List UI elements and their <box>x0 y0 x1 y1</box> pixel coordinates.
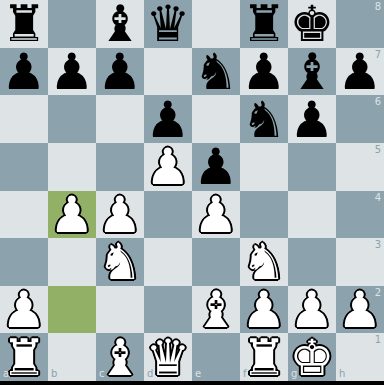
square-b1[interactable]: b <box>48 333 96 381</box>
piece-black-rook[interactable]: ♜ <box>2 1 47 48</box>
piece-black-pawn[interactable]: ♟ <box>290 97 335 144</box>
square-e6[interactable] <box>192 95 240 143</box>
square-f3[interactable]: ♞ <box>240 238 288 286</box>
square-c1[interactable]: ♝c <box>96 333 144 381</box>
piece-black-pawn[interactable]: ♟ <box>194 144 239 191</box>
piece-black-knight[interactable]: ♞ <box>194 49 239 96</box>
piece-black-bishop[interactable]: ♝ <box>98 1 143 48</box>
square-h6[interactable]: 6 <box>336 95 384 143</box>
piece-black-king[interactable]: ♚ <box>290 1 335 48</box>
piece-white-queen[interactable]: ♛ <box>146 335 191 382</box>
piece-white-pawn[interactable]: ♟ <box>242 287 287 334</box>
coord-file-e: e <box>195 369 201 379</box>
square-c7[interactable]: ♟ <box>96 48 144 96</box>
coord-rank-1: 1 <box>375 335 381 345</box>
piece-white-bishop[interactable]: ♝ <box>194 287 239 334</box>
square-e7[interactable]: ♞ <box>192 48 240 96</box>
square-g1[interactable]: ♚g <box>288 333 336 381</box>
piece-black-pawn[interactable]: ♟ <box>146 97 191 144</box>
square-a6[interactable] <box>0 95 48 143</box>
piece-black-pawn[interactable]: ♟ <box>242 49 287 96</box>
piece-black-rook[interactable]: ♜ <box>242 1 287 48</box>
coord-rank-5: 5 <box>375 145 381 155</box>
square-f2[interactable]: ♟ <box>240 286 288 334</box>
square-d7[interactable] <box>144 48 192 96</box>
square-h2[interactable]: ♟2 <box>336 286 384 334</box>
square-f4[interactable] <box>240 191 288 239</box>
piece-white-king[interactable]: ♚ <box>290 335 335 382</box>
piece-white-pawn[interactable]: ♟ <box>50 192 95 239</box>
piece-black-bishop[interactable]: ♝ <box>290 49 335 96</box>
square-g7[interactable]: ♝ <box>288 48 336 96</box>
square-g5[interactable] <box>288 143 336 191</box>
coord-rank-4: 4 <box>375 193 381 203</box>
square-g3[interactable] <box>288 238 336 286</box>
piece-white-rook[interactable]: ♜ <box>242 335 287 382</box>
piece-white-pawn[interactable]: ♟ <box>338 287 383 334</box>
square-e5[interactable]: ♟ <box>192 143 240 191</box>
square-a4[interactable] <box>0 191 48 239</box>
square-c3[interactable]: ♞ <box>96 238 144 286</box>
piece-white-knight[interactable]: ♞ <box>242 239 287 286</box>
piece-white-pawn[interactable]: ♟ <box>98 192 143 239</box>
piece-black-pawn[interactable]: ♟ <box>50 49 95 96</box>
piece-white-pawn[interactable]: ♟ <box>2 287 47 334</box>
coord-rank-3: 3 <box>375 240 381 250</box>
square-g8[interactable]: ♚ <box>288 0 336 48</box>
square-e2[interactable]: ♝ <box>192 286 240 334</box>
square-b2[interactable] <box>48 286 96 334</box>
square-d2[interactable] <box>144 286 192 334</box>
piece-black-knight[interactable]: ♞ <box>242 97 287 144</box>
square-a1[interactable]: ♜a <box>0 333 48 381</box>
square-d1[interactable]: ♛d <box>144 333 192 381</box>
square-b5[interactable] <box>48 143 96 191</box>
piece-white-pawn[interactable]: ♟ <box>290 287 335 334</box>
chess-board-stage: ♜♝♛♜♚8♟♟♟♞♟♝♟7♟♞♟6♟♟5♟♟♟4♞♞3♟♝♟♟♟2♜ab♝c♛… <box>0 0 384 385</box>
square-e1[interactable]: e <box>192 333 240 381</box>
square-d5[interactable]: ♟ <box>144 143 192 191</box>
square-a3[interactable] <box>0 238 48 286</box>
square-b6[interactable] <box>48 95 96 143</box>
square-g4[interactable] <box>288 191 336 239</box>
square-e8[interactable] <box>192 0 240 48</box>
square-d8[interactable]: ♛ <box>144 0 192 48</box>
square-f1[interactable]: ♜f <box>240 333 288 381</box>
square-b8[interactable] <box>48 0 96 48</box>
piece-white-knight[interactable]: ♞ <box>98 239 143 286</box>
square-h4[interactable]: 4 <box>336 191 384 239</box>
square-f7[interactable]: ♟ <box>240 48 288 96</box>
square-g6[interactable]: ♟ <box>288 95 336 143</box>
square-h7[interactable]: ♟7 <box>336 48 384 96</box>
square-h5[interactable]: 5 <box>336 143 384 191</box>
square-c4[interactable]: ♟ <box>96 191 144 239</box>
square-e4[interactable]: ♟ <box>192 191 240 239</box>
coord-file-b: b <box>51 369 57 379</box>
square-c8[interactable]: ♝ <box>96 0 144 48</box>
piece-black-pawn[interactable]: ♟ <box>338 49 383 96</box>
coord-file-h: h <box>339 369 345 379</box>
square-b3[interactable] <box>48 238 96 286</box>
square-g2[interactable]: ♟ <box>288 286 336 334</box>
square-h8[interactable]: 8 <box>336 0 384 48</box>
piece-black-pawn[interactable]: ♟ <box>98 49 143 96</box>
square-c2[interactable] <box>96 286 144 334</box>
square-a2[interactable]: ♟ <box>0 286 48 334</box>
chess-board: ♜♝♛♜♚8♟♟♟♞♟♝♟7♟♞♟6♟♟5♟♟♟4♞♞3♟♝♟♟♟2♜ab♝c♛… <box>0 0 384 381</box>
square-d6[interactable]: ♟ <box>144 95 192 143</box>
square-d4[interactable] <box>144 191 192 239</box>
square-f8[interactable]: ♜ <box>240 0 288 48</box>
square-f6[interactable]: ♞ <box>240 95 288 143</box>
square-b4[interactable]: ♟ <box>48 191 96 239</box>
piece-white-bishop[interactable]: ♝ <box>98 335 143 382</box>
square-a5[interactable] <box>0 143 48 191</box>
square-a7[interactable]: ♟ <box>0 48 48 96</box>
square-h1[interactable]: 1h <box>336 333 384 381</box>
piece-black-pawn[interactable]: ♟ <box>2 49 47 96</box>
piece-black-queen[interactable]: ♛ <box>146 1 191 48</box>
piece-white-pawn[interactable]: ♟ <box>194 192 239 239</box>
piece-white-rook[interactable]: ♜ <box>2 335 47 382</box>
square-f5[interactable] <box>240 143 288 191</box>
square-c5[interactable] <box>96 143 144 191</box>
coord-rank-8: 8 <box>375 2 381 12</box>
square-d3[interactable] <box>144 238 192 286</box>
square-e3[interactable] <box>192 238 240 286</box>
square-b7[interactable]: ♟ <box>48 48 96 96</box>
coord-rank-6: 6 <box>375 97 381 107</box>
piece-white-pawn[interactable]: ♟ <box>146 144 191 191</box>
square-a8[interactable]: ♜ <box>0 0 48 48</box>
square-h3[interactable]: 3 <box>336 238 384 286</box>
square-c6[interactable] <box>96 95 144 143</box>
